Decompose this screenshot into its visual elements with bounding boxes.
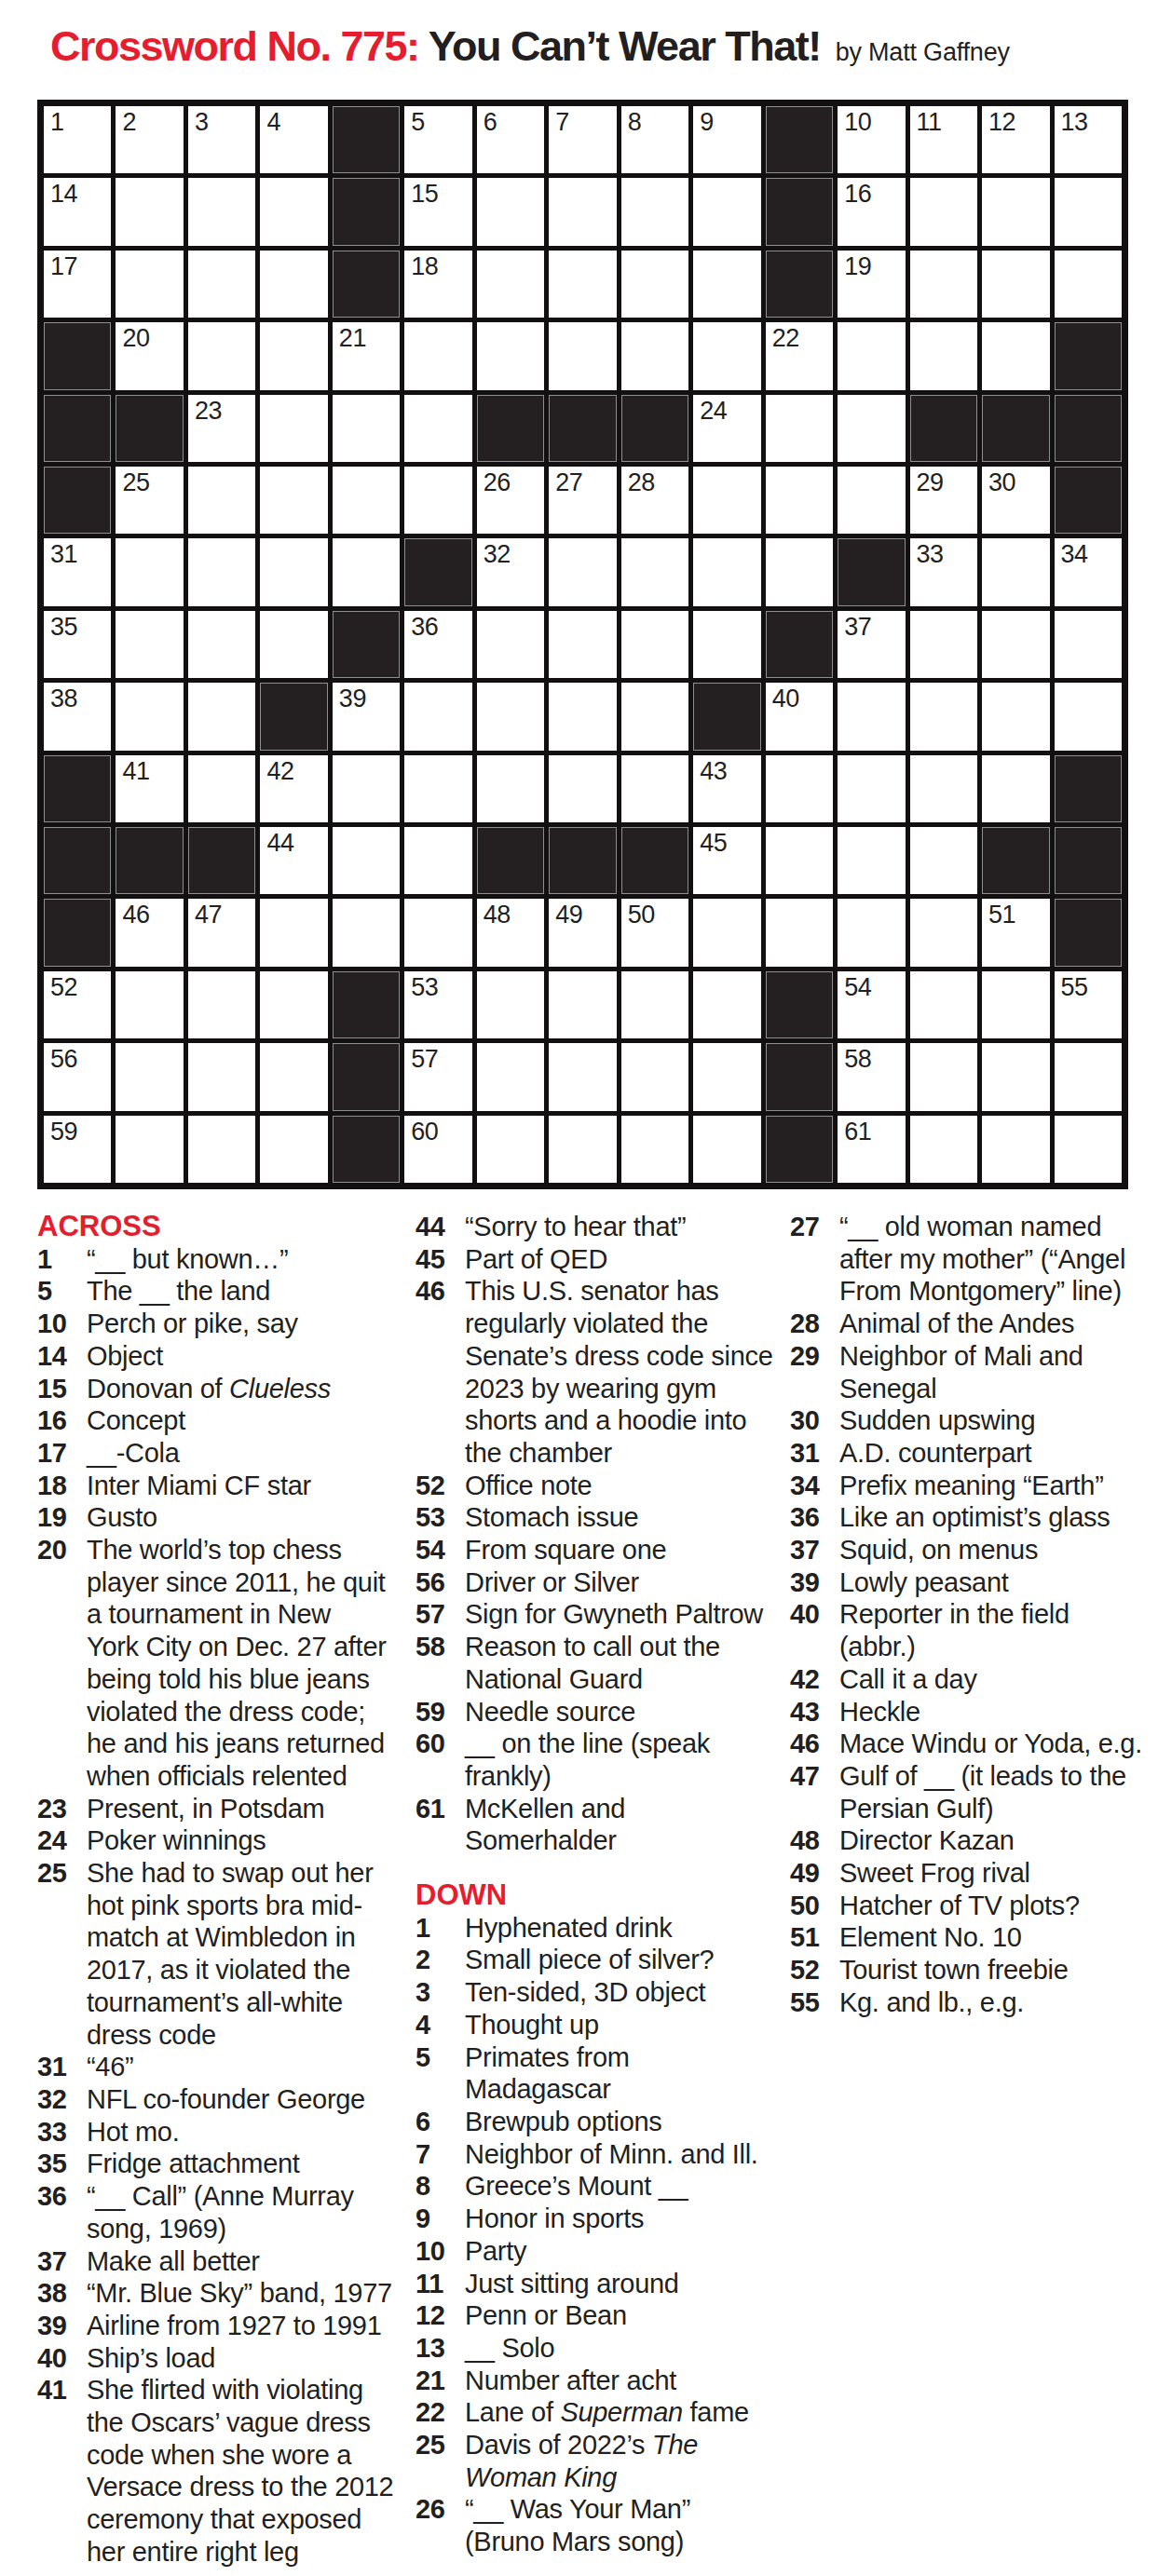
clue-down-43: 43Heckle: [790, 1696, 1158, 1729]
grid-cell-r6c11[interactable]: [766, 467, 833, 534]
clue-number: 7: [416, 2138, 465, 2171]
grid-cell-r1c2[interactable]: 2: [116, 106, 183, 173]
grid-cell-r3c6[interactable]: 18: [404, 251, 471, 318]
grid-cell-r15c4[interactable]: [260, 1116, 327, 1183]
grid-cell-r10c12[interactable]: [838, 755, 905, 822]
clue-number: 25: [416, 2429, 465, 2461]
clue-text: Gusto: [87, 1501, 157, 1534]
clue-number: 61: [416, 1793, 465, 1825]
grid-cell-r4c10[interactable]: [693, 322, 760, 389]
cell-number: 61: [844, 1119, 871, 1145]
clue-number: 38: [37, 2277, 87, 2310]
grid-cell-r3c14[interactable]: [982, 251, 1049, 318]
clue-text: “__ Was Your Man” (Bruno Mars song): [465, 2493, 690, 2557]
clue-number: 47: [790, 1760, 839, 1793]
clue-text: Part of QED: [465, 1243, 607, 1276]
cell-number: 41: [122, 758, 149, 784]
grid-cell-r13c4[interactable]: [260, 971, 327, 1038]
block-cell-r10c15: [1055, 755, 1122, 822]
grid-cell-r3c10[interactable]: [693, 251, 760, 318]
clue-number: 1: [37, 1243, 87, 1276]
grid-cell-r7c11[interactable]: [766, 538, 833, 605]
grid-cell-r1c14[interactable]: 12: [982, 106, 1049, 173]
grid-cell-r11c12[interactable]: [838, 827, 905, 894]
grid-cell-r6c2[interactable]: 25: [116, 467, 183, 534]
grid-cell-r4c13[interactable]: [910, 322, 977, 389]
clue-across-46: 46This U.S. senator has regularly violat…: [416, 1275, 786, 1469]
grid-cell-r1c6[interactable]: 5: [404, 106, 471, 173]
clue-across-24: 24Poker winnings: [37, 1824, 408, 1857]
grid-cell-r7c9[interactable]: [621, 538, 688, 605]
grid-cell-r15c13[interactable]: [910, 1116, 977, 1183]
clue-text: Inter Miami CF star: [87, 1470, 311, 1502]
grid-cell-r5c12[interactable]: [838, 395, 905, 462]
grid-cell-r1c1[interactable]: 1: [44, 106, 111, 173]
grid-cell-r8c4[interactable]: [260, 611, 327, 678]
clue-across-37: 37Make all better: [37, 2245, 408, 2278]
clue-number: 9: [416, 2203, 465, 2235]
grid-cell-r11c10[interactable]: 45: [693, 827, 760, 894]
grid-cell-r2c8[interactable]: [549, 178, 616, 245]
clue-across-20: 20The world’s top chess player since 201…: [37, 1534, 408, 1793]
grid-cell-r7c13[interactable]: 33: [910, 538, 977, 605]
clue-number: 5: [37, 1275, 87, 1308]
grid-cell-r3c13[interactable]: [910, 251, 977, 318]
grid-cell-r9c11[interactable]: 40: [766, 683, 833, 750]
grid-cell-r4c14[interactable]: [982, 322, 1049, 389]
grid-cell-r8c12[interactable]: 37: [838, 611, 905, 678]
clue-down-48: 48Director Kazan: [790, 1824, 1158, 1857]
grid-cell-r12c11[interactable]: [766, 899, 833, 966]
grid-cell-r7c8[interactable]: [549, 538, 616, 605]
clue-text: NFL co-founder George: [87, 2083, 365, 2116]
grid-cell-r12c4[interactable]: [260, 899, 327, 966]
clue-column-1: ACROSS1“__ but known…”5The __ the land10…: [37, 1211, 408, 2569]
grid-cell-r1c13[interactable]: 11: [910, 106, 977, 173]
grid-cell-r6c3[interactable]: [188, 467, 255, 534]
grid-cell-r14c2[interactable]: [116, 1043, 183, 1110]
grid-cell-r3c2[interactable]: [116, 251, 183, 318]
grid-cell-r14c8[interactable]: [549, 1043, 616, 1110]
clue-text: Stomach issue: [465, 1501, 638, 1534]
clue-across-40: 40Ship’s load: [37, 2342, 408, 2375]
grid-cell-r8c14[interactable]: [982, 611, 1049, 678]
grid-cell-r4c7[interactable]: [477, 322, 544, 389]
cell-number: 58: [844, 1046, 871, 1072]
grid-cell-r7c2[interactable]: [116, 538, 183, 605]
grid-cell-r9c5[interactable]: 39: [333, 683, 400, 750]
grid-cell-r13c7[interactable]: [477, 971, 544, 1038]
grid-cell-r14c14[interactable]: [982, 1043, 1049, 1110]
grid-cell-r10c4[interactable]: 42: [260, 755, 327, 822]
grid-cell-r4c4[interactable]: [260, 322, 327, 389]
grid-cell-r1c9[interactable]: 8: [621, 106, 688, 173]
grid-cell-r7c14[interactable]: [982, 538, 1049, 605]
cell-number: 50: [628, 902, 655, 928]
clue-down-55: 55Kg. and lb., e.g.: [790, 1986, 1158, 2019]
clue-number: 2: [416, 1944, 465, 1976]
clue-number: 21: [416, 2365, 465, 2397]
clue-text: Sweet Frog rival: [839, 1857, 1030, 1890]
clue-number: 3: [416, 1976, 465, 2009]
grid-cell-r1c4[interactable]: 4: [260, 106, 327, 173]
grid-cell-r1c15[interactable]: 13: [1055, 106, 1122, 173]
grid-cell-r12c13[interactable]: [910, 899, 977, 966]
clue-text: Reason to call out the National Guard: [465, 1631, 720, 1695]
cell-number: 60: [411, 1119, 438, 1145]
grid-cell-r3c9[interactable]: [621, 251, 688, 318]
grid-cell-r7c7[interactable]: 32: [477, 538, 544, 605]
grid-cell-r10c14[interactable]: [982, 755, 1049, 822]
grid-cell-r14c4[interactable]: [260, 1043, 327, 1110]
block-cell-r7c6: [404, 538, 471, 605]
grid-cell-r9c7[interactable]: [477, 683, 544, 750]
clue-number: 37: [37, 2245, 87, 2278]
clue-down-51: 51Element No. 10: [790, 1921, 1158, 1954]
grid-cell-r13c14[interactable]: [982, 971, 1049, 1038]
grid-cell-r6c4[interactable]: [260, 467, 327, 534]
clue-down-6: 6Brewpub options: [416, 2106, 786, 2138]
clue-down-37: 37Squid, on menus: [790, 1534, 1158, 1566]
clue-number: 16: [37, 1404, 87, 1437]
grid-cell-r14c13[interactable]: [910, 1043, 977, 1110]
clue-number: 4: [416, 2009, 465, 2041]
grid-cell-r14c7[interactable]: [477, 1043, 544, 1110]
clue-text: “46”: [87, 2051, 133, 2083]
grid-cell-r10c8[interactable]: [549, 755, 616, 822]
clue-text: She flirted with violating the Oscars’ v…: [87, 2374, 393, 2568]
grid-cell-r3c15[interactable]: [1055, 251, 1122, 318]
grid-cell-r4c6[interactable]: [404, 322, 471, 389]
grid-cell-r10c2[interactable]: 41: [116, 755, 183, 822]
grid-cell-r13c10[interactable]: [693, 971, 760, 1038]
cell-number: 7: [555, 109, 569, 135]
grid-cell-r8c9[interactable]: [621, 611, 688, 678]
grid-cell-r10c9[interactable]: [621, 755, 688, 822]
grid-cell-r5c4[interactable]: [260, 395, 327, 462]
grid-cell-r3c12[interactable]: 19: [838, 251, 905, 318]
grid-cell-r15c1[interactable]: 59: [44, 1116, 111, 1183]
block-cell-r3c5: [333, 251, 400, 318]
grid-cell-r3c8[interactable]: [549, 251, 616, 318]
clue-text: “Mr. Blue Sky” band, 1977: [87, 2277, 392, 2310]
grid-cell-r8c3[interactable]: [188, 611, 255, 678]
clue-text: “__ Call” (Anne Murray song, 1969): [87, 2180, 354, 2244]
grid-cell-r13c12[interactable]: 54: [838, 971, 905, 1038]
clue-number: 22: [416, 2396, 465, 2429]
grid-cell-r6c14[interactable]: 30: [982, 467, 1049, 534]
grid-cell-r2c14[interactable]: [982, 178, 1049, 245]
grid-cell-r8c6[interactable]: 36: [404, 611, 471, 678]
grid-cell-r13c9[interactable]: [621, 971, 688, 1038]
clue-text: Like an optimist’s glass: [839, 1501, 1110, 1534]
grid-cell-r9c8[interactable]: [549, 683, 616, 750]
grid-cell-r11c4[interactable]: 44: [260, 827, 327, 894]
clue-number: 5: [416, 2041, 465, 2074]
grid-cell-r12c5[interactable]: [333, 899, 400, 966]
cell-number: 48: [484, 902, 511, 928]
block-cell-r11c14: [982, 827, 1049, 894]
grid-cell-r3c4[interactable]: [260, 251, 327, 318]
grid-cell-r2c13[interactable]: [910, 178, 977, 245]
grid-cell-r15c9[interactable]: [621, 1116, 688, 1183]
cell-number: 3: [195, 109, 209, 135]
grid-cell-r14c12[interactable]: 58: [838, 1043, 905, 1110]
grid-cell-r4c3[interactable]: [188, 322, 255, 389]
grid-cell-r4c5[interactable]: 21: [333, 322, 400, 389]
grid-cell-r6c10[interactable]: [693, 467, 760, 534]
clue-number: 55: [790, 1986, 839, 2019]
title-theme: You Can’t Wear That!: [419, 22, 821, 70]
grid-cell-r7c5[interactable]: [333, 538, 400, 605]
grid-cell-r1c3[interactable]: 3: [188, 106, 255, 173]
clue-number: 6: [416, 2106, 465, 2138]
block-cell-r9c4: [260, 683, 327, 750]
grid-cell-r1c10[interactable]: 9: [693, 106, 760, 173]
clue-text: Ship’s load: [87, 2342, 215, 2375]
grid-cell-r13c13[interactable]: [910, 971, 977, 1038]
cell-number: 2: [122, 109, 136, 135]
clue-text: Heckle: [839, 1696, 920, 1729]
clue-text: Neighbor of Mali and Senegal: [839, 1340, 1083, 1404]
grid-cell-r14c3[interactable]: [188, 1043, 255, 1110]
grid-cell-r2c15[interactable]: [1055, 178, 1122, 245]
cell-number: 13: [1061, 109, 1088, 135]
grid-cell-r3c7[interactable]: [477, 251, 544, 318]
grid-cell-r8c7[interactable]: [477, 611, 544, 678]
grid-cell-r15c6[interactable]: 60: [404, 1116, 471, 1183]
clue-number: 51: [790, 1921, 839, 1954]
grid-cell-r14c1[interactable]: 56: [44, 1043, 111, 1110]
grid-cell-r4c11[interactable]: 22: [766, 322, 833, 389]
cell-number: 25: [122, 469, 149, 495]
grid-cell-r8c13[interactable]: [910, 611, 977, 678]
grid-cell-r12c10[interactable]: [693, 899, 760, 966]
grid-cell-r2c12[interactable]: 16: [838, 178, 905, 245]
grid-cell-r5c3[interactable]: 23: [188, 395, 255, 462]
grid-cell-r2c9[interactable]: [621, 178, 688, 245]
clue-number: 11: [416, 2268, 465, 2300]
grid-cell-r2c4[interactable]: [260, 178, 327, 245]
clue-down-46: 46Mace Windu or Yoda, e.g.: [790, 1728, 1158, 1760]
grid-cell-r9c13[interactable]: [910, 683, 977, 750]
grid-cell-r8c2[interactable]: [116, 611, 183, 678]
grid-cell-r6c6[interactable]: [404, 467, 471, 534]
grid-cell-r7c1[interactable]: 31: [44, 538, 111, 605]
grid-cell-r6c9[interactable]: 28: [621, 467, 688, 534]
block-cell-r9c10: [693, 683, 760, 750]
clue-text: “__ but known…”: [87, 1243, 288, 1276]
clue-down-10: 10Party: [416, 2235, 786, 2268]
grid-cell-r9c9[interactable]: [621, 683, 688, 750]
grid-cell-r15c7[interactable]: [477, 1116, 544, 1183]
block-cell-r2c5: [333, 178, 400, 245]
grid-cell-r12c2[interactable]: 46: [116, 899, 183, 966]
clue-number: 36: [37, 2180, 87, 2213]
grid-cell-r15c3[interactable]: [188, 1116, 255, 1183]
grid-cell-r13c1[interactable]: 52: [44, 971, 111, 1038]
block-cell-r8c5: [333, 611, 400, 678]
clue-number: 40: [790, 1598, 839, 1631]
grid-cell-r9c1[interactable]: 38: [44, 683, 111, 750]
grid-cell-r1c12[interactable]: 10: [838, 106, 905, 173]
clue-text: Sudden upswing: [839, 1404, 1035, 1437]
grid-cell-r12c6[interactable]: [404, 899, 471, 966]
grid-cell-r15c2[interactable]: [116, 1116, 183, 1183]
grid-cell-r6c12[interactable]: [838, 467, 905, 534]
grid-cell-r8c1[interactable]: 35: [44, 611, 111, 678]
cell-number: 27: [555, 469, 582, 495]
cell-number: 11: [917, 109, 942, 135]
grid-cell-r4c8[interactable]: [549, 322, 616, 389]
clue-text: She had to swap out her hot pink sports …: [87, 1857, 373, 2051]
block-cell-r1c5: [333, 106, 400, 173]
grid-cell-r1c8[interactable]: 7: [549, 106, 616, 173]
cell-number: 54: [844, 974, 871, 1000]
grid-cell-r7c10[interactable]: [693, 538, 760, 605]
grid-cell-r5c5[interactable]: [333, 395, 400, 462]
cell-number: 6: [484, 109, 497, 135]
grid-cell-r10c5[interactable]: [333, 755, 400, 822]
grid-cell-r5c10[interactable]: 24: [693, 395, 760, 462]
cell-number: 17: [50, 253, 77, 279]
clue-down-49: 49Sweet Frog rival: [790, 1857, 1158, 1890]
block-cell-r5c13: [910, 395, 977, 462]
grid-cell-r9c2[interactable]: [116, 683, 183, 750]
cell-number: 4: [266, 109, 280, 135]
clue-number: 8: [416, 2170, 465, 2203]
clue-across-57: 57Sign for Gwyneth Paltrow: [416, 1598, 786, 1631]
grid-cell-r10c3[interactable]: [188, 755, 255, 822]
grid-cell-r10c13[interactable]: [910, 755, 977, 822]
grid-cell-r2c7[interactable]: [477, 178, 544, 245]
grid-cell-r10c11[interactable]: [766, 755, 833, 822]
grid-cell-r11c5[interactable]: [333, 827, 400, 894]
clue-text: Fridge attachment: [87, 2148, 300, 2180]
grid-cell-r2c1[interactable]: 14: [44, 178, 111, 245]
grid-cell-r3c3[interactable]: [188, 251, 255, 318]
grid-cell-r15c12[interactable]: 61: [838, 1116, 905, 1183]
clue-text: Airline from 1927 to 1991: [87, 2310, 382, 2342]
grid-cell-r9c3[interactable]: [188, 683, 255, 750]
clue-across-32: 32NFL co-founder George: [37, 2083, 408, 2116]
block-cell-r5c14: [982, 395, 1049, 462]
grid-cell-r4c2[interactable]: 20: [116, 322, 183, 389]
grid-cell-r7c15[interactable]: 34: [1055, 538, 1122, 605]
grid-cell-r11c13[interactable]: [910, 827, 977, 894]
grid-cell-r14c15[interactable]: [1055, 1043, 1122, 1110]
grid-cell-r10c10[interactable]: 43: [693, 755, 760, 822]
cell-number: 33: [917, 541, 944, 567]
grid-cell-r6c5[interactable]: [333, 467, 400, 534]
grid-cell-r12c12[interactable]: [838, 899, 905, 966]
grid-cell-r13c15[interactable]: 55: [1055, 971, 1122, 1038]
grid-cell-r4c9[interactable]: [621, 322, 688, 389]
grid-cell-r11c6[interactable]: [404, 827, 471, 894]
grid-cell-r2c2[interactable]: [116, 178, 183, 245]
grid-cell-r6c7[interactable]: 26: [477, 467, 544, 534]
grid-cell-r8c8[interactable]: [549, 611, 616, 678]
grid-cell-r12c7[interactable]: 48: [477, 899, 544, 966]
grid-cell-r7c3[interactable]: [188, 538, 255, 605]
clue-across-60: 60__ on the line (speak frankly): [416, 1728, 786, 1792]
grid-cell-r6c8[interactable]: 27: [549, 467, 616, 534]
cell-number: 42: [266, 758, 293, 784]
clue-text: From square one: [465, 1534, 666, 1566]
grid-cell-r9c12[interactable]: [838, 683, 905, 750]
clue-number: 39: [37, 2310, 87, 2342]
cell-number: 9: [700, 109, 714, 135]
grid-cell-r9c14[interactable]: [982, 683, 1049, 750]
grid-cell-r3c1[interactable]: 17: [44, 251, 111, 318]
grid-cell-r15c10[interactable]: [693, 1116, 760, 1183]
grid-cell-r15c14[interactable]: [982, 1116, 1049, 1183]
clue-text: __ Solo: [465, 2332, 554, 2365]
clue-text: Object: [87, 1340, 163, 1373]
grid-cell-r14c9[interactable]: [621, 1043, 688, 1110]
clue-across-58: 58Reason to call out the National Guard: [416, 1631, 786, 1695]
block-cell-r5c7: [477, 395, 544, 462]
clue-text: Penn or Bean: [465, 2299, 627, 2332]
grid-cell-r13c8[interactable]: [549, 971, 616, 1038]
grid-cell-r12c8[interactable]: 49: [549, 899, 616, 966]
block-cell-r11c1: [44, 827, 111, 894]
grid-cell-r2c3[interactable]: [188, 178, 255, 245]
grid-cell-r15c15[interactable]: [1055, 1116, 1122, 1183]
grid-cell-r10c7[interactable]: [477, 755, 544, 822]
grid-cell-r14c10[interactable]: [693, 1043, 760, 1110]
grid-cell-r7c4[interactable]: [260, 538, 327, 605]
grid-cell-r6c13[interactable]: 29: [910, 467, 977, 534]
grid-cell-r11c11[interactable]: [766, 827, 833, 894]
clue-across-19: 19Gusto: [37, 1501, 408, 1534]
clue-text: Just sitting around: [465, 2268, 679, 2300]
clue-across-31: 31“46”: [37, 2051, 408, 2083]
grid-cell-r4c12[interactable]: [838, 322, 905, 389]
grid-cell-r13c3[interactable]: [188, 971, 255, 1038]
grid-cell-r5c11[interactable]: [766, 395, 833, 462]
grid-cell-r10c6[interactable]: [404, 755, 471, 822]
grid-cell-r15c8[interactable]: [549, 1116, 616, 1183]
cell-number: 18: [411, 253, 438, 279]
clue-number: 43: [790, 1696, 839, 1729]
clue-down-50: 50Hatcher of TV plots?: [790, 1890, 1158, 1922]
grid-cell-r8c10[interactable]: [693, 611, 760, 678]
clue-number: 36: [790, 1501, 839, 1534]
grid-cell-r1c7[interactable]: 6: [477, 106, 544, 173]
grid-cell-r13c6[interactable]: 53: [404, 971, 471, 1038]
grid-cell-r14c6[interactable]: 57: [404, 1043, 471, 1110]
grid-cell-r2c6[interactable]: 15: [404, 178, 471, 245]
block-cell-r11c2: [116, 827, 183, 894]
clue-number: 15: [37, 1373, 87, 1405]
grid-cell-r12c3[interactable]: 47: [188, 899, 255, 966]
grid-cell-r9c6[interactable]: [404, 683, 471, 750]
clue-number: 31: [37, 2051, 87, 2083]
grid-cell-r9c15[interactable]: [1055, 683, 1122, 750]
clue-text: “__ old woman named after my mother” (“A…: [839, 1211, 1125, 1308]
grid-cell-r12c14[interactable]: 51: [982, 899, 1049, 966]
clue-text: Brewpub options: [465, 2106, 662, 2138]
grid-cell-r12c9[interactable]: 50: [621, 899, 688, 966]
grid-cell-r13c2[interactable]: [116, 971, 183, 1038]
clue-text: Animal of the Andes: [839, 1308, 1074, 1340]
grid-cell-r2c10[interactable]: [693, 178, 760, 245]
clue-down-8: 8Greece’s Mount __: [416, 2170, 786, 2203]
grid-cell-r8c15[interactable]: [1055, 611, 1122, 678]
grid-cell-r5c6[interactable]: [404, 395, 471, 462]
block-cell-r4c15: [1055, 322, 1122, 389]
